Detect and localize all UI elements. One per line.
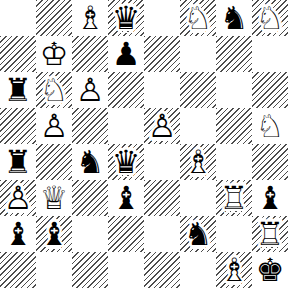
piece-black-knight-g8: ♞ — [216, 0, 252, 36]
piece-black-king-h1: ♚ — [252, 252, 288, 288]
square-d3[interactable]: ♝♝ — [108, 180, 144, 216]
square-b4[interactable] — [36, 144, 72, 180]
square-e6[interactable] — [144, 72, 180, 108]
piece-black-bishop-b2: ♝ — [36, 216, 72, 252]
piece-white-knight-f8: ♘ — [180, 0, 216, 36]
piece-black-queen-d8: ♛ — [108, 0, 144, 36]
piece-white-knight-h5: ♘ — [252, 108, 288, 144]
piece-fill-f4: ♝ — [178, 142, 218, 182]
piece-white-rook-g3: ♖ — [216, 180, 252, 216]
piece-white-pawn-e5: ♙ — [144, 108, 180, 144]
piece-fill-c4: ♞ — [70, 142, 110, 182]
square-d1[interactable] — [108, 252, 144, 288]
square-e1[interactable] — [144, 252, 180, 288]
square-f2[interactable]: ♞♞ — [180, 216, 216, 252]
square-h2[interactable]: ♜♖ — [252, 216, 288, 252]
square-g8[interactable]: ♞♞ — [216, 0, 252, 36]
square-b3[interactable]: ♛♕ — [36, 180, 72, 216]
square-d2[interactable] — [108, 216, 144, 252]
square-g3[interactable]: ♜♖ — [216, 180, 252, 216]
piece-white-pawn-a3: ♙ — [0, 180, 36, 216]
square-g6[interactable] — [216, 72, 252, 108]
square-b7[interactable]: ♚♔ — [36, 36, 72, 72]
piece-fill-b6: ♞ — [34, 70, 74, 110]
square-g1[interactable]: ♝♗ — [216, 252, 252, 288]
piece-white-king-b7: ♔ — [36, 36, 72, 72]
piece-black-knight-f2: ♞ — [180, 216, 216, 252]
square-e3[interactable] — [144, 180, 180, 216]
piece-fill-a4: ♜ — [0, 142, 38, 182]
square-b6[interactable]: ♞♘ — [36, 72, 72, 108]
square-h7[interactable] — [252, 36, 288, 72]
square-f7[interactable] — [180, 36, 216, 72]
square-e4[interactable] — [144, 144, 180, 180]
square-f6[interactable] — [180, 72, 216, 108]
square-a3[interactable]: ♟♙ — [0, 180, 36, 216]
piece-fill-g3: ♜ — [214, 178, 254, 218]
square-g5[interactable] — [216, 108, 252, 144]
piece-fill-g8: ♞ — [214, 0, 254, 38]
square-g2[interactable] — [216, 216, 252, 252]
square-c2[interactable] — [72, 216, 108, 252]
square-d7[interactable]: ♟♟ — [108, 36, 144, 72]
piece-fill-b5: ♟ — [34, 106, 74, 146]
piece-white-pawn-b5: ♙ — [36, 108, 72, 144]
square-d6[interactable] — [108, 72, 144, 108]
piece-fill-c6: ♟ — [70, 70, 110, 110]
piece-fill-h2: ♜ — [250, 214, 288, 254]
square-e2[interactable] — [144, 216, 180, 252]
piece-white-knight-b6: ♘ — [36, 72, 72, 108]
square-d8[interactable]: ♛♛ — [108, 0, 144, 36]
square-c6[interactable]: ♟♙ — [72, 72, 108, 108]
piece-black-queen-d4: ♛ — [108, 144, 144, 180]
square-e8[interactable] — [144, 0, 180, 36]
square-c3[interactable] — [72, 180, 108, 216]
square-a2[interactable]: ♝♝ — [0, 216, 36, 252]
square-a5[interactable] — [0, 108, 36, 144]
square-g7[interactable] — [216, 36, 252, 72]
piece-black-knight-c4: ♞ — [72, 144, 108, 180]
square-c5[interactable] — [72, 108, 108, 144]
square-d4[interactable]: ♛♛ — [108, 144, 144, 180]
piece-fill-g1: ♝ — [214, 250, 254, 288]
piece-fill-h3: ♝ — [250, 178, 288, 218]
square-e5[interactable]: ♟♙ — [144, 108, 180, 144]
square-c4[interactable]: ♞♞ — [72, 144, 108, 180]
square-c8[interactable]: ♝♗ — [72, 0, 108, 36]
square-h5[interactable]: ♞♘ — [252, 108, 288, 144]
square-h3[interactable]: ♝♝ — [252, 180, 288, 216]
piece-white-rook-h2: ♖ — [252, 216, 288, 252]
square-a6[interactable]: ♜♜ — [0, 72, 36, 108]
piece-fill-a2: ♝ — [0, 214, 38, 254]
square-b5[interactable]: ♟♙ — [36, 108, 72, 144]
piece-white-bishop-f4: ♗ — [180, 144, 216, 180]
square-b8[interactable] — [36, 0, 72, 36]
piece-black-bishop-h3: ♝ — [252, 180, 288, 216]
square-h8[interactable]: ♞♘ — [252, 0, 288, 36]
square-b2[interactable]: ♝♝ — [36, 216, 72, 252]
piece-black-rook-a6: ♜ — [0, 72, 36, 108]
piece-fill-c8: ♝ — [70, 0, 110, 38]
piece-fill-e5: ♟ — [142, 106, 182, 146]
square-a1[interactable] — [0, 252, 36, 288]
piece-black-pawn-d7: ♟ — [108, 36, 144, 72]
piece-fill-a6: ♜ — [0, 70, 38, 110]
square-h1[interactable]: ♚♚ — [252, 252, 288, 288]
piece-fill-b3: ♛ — [34, 178, 74, 218]
square-b1[interactable] — [36, 252, 72, 288]
piece-fill-d7: ♟ — [106, 34, 146, 74]
piece-white-knight-h8: ♘ — [252, 0, 288, 36]
piece-fill-h5: ♞ — [250, 106, 288, 146]
square-f5[interactable] — [180, 108, 216, 144]
piece-white-bishop-c8: ♗ — [72, 0, 108, 36]
square-d5[interactable] — [108, 108, 144, 144]
piece-black-bishop-d3: ♝ — [108, 180, 144, 216]
piece-fill-a3: ♟ — [0, 178, 38, 218]
square-c1[interactable] — [72, 252, 108, 288]
piece-fill-b7: ♚ — [34, 34, 74, 74]
square-f8[interactable]: ♞♘ — [180, 0, 216, 36]
square-f3[interactable] — [180, 180, 216, 216]
piece-fill-h8: ♞ — [250, 0, 288, 38]
piece-fill-d4: ♛ — [106, 142, 146, 182]
square-e7[interactable] — [144, 36, 180, 72]
square-a4[interactable]: ♜♜ — [0, 144, 36, 180]
chess-board: ♝♗♛♛♞♘♞♞♞♘♚♔♟♟♜♜♞♘♟♙♟♙♟♙♞♘♜♜♞♞♛♛♝♗♟♙♛♕♝♝… — [0, 0, 288, 288]
piece-white-pawn-c6: ♙ — [72, 72, 108, 108]
piece-fill-b2: ♝ — [34, 214, 74, 254]
square-h6[interactable] — [252, 72, 288, 108]
piece-white-bishop-g1: ♗ — [216, 252, 252, 288]
square-c7[interactable] — [72, 36, 108, 72]
piece-black-bishop-a2: ♝ — [0, 216, 36, 252]
square-a7[interactable] — [0, 36, 36, 72]
piece-white-queen-b3: ♕ — [36, 180, 72, 216]
square-h4[interactable] — [252, 144, 288, 180]
piece-fill-d3: ♝ — [106, 178, 146, 218]
piece-fill-f8: ♞ — [178, 0, 218, 38]
square-f1[interactable] — [180, 252, 216, 288]
piece-fill-d8: ♛ — [106, 0, 146, 38]
piece-fill-h1: ♚ — [250, 250, 288, 288]
square-g4[interactable] — [216, 144, 252, 180]
piece-black-rook-a4: ♜ — [0, 144, 36, 180]
square-f4[interactable]: ♝♗ — [180, 144, 216, 180]
square-a8[interactable] — [0, 0, 36, 36]
piece-fill-f2: ♞ — [178, 214, 218, 254]
